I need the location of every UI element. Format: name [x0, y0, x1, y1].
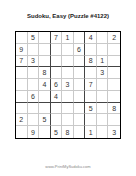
- sudoku-cell-r2c6: 6: [74, 44, 86, 56]
- sudoku-cell-r3c8: 1: [97, 56, 109, 68]
- sudoku-cell-r2c4: [51, 44, 63, 56]
- sudoku-cell-r8c3: 5: [39, 114, 51, 126]
- sudoku-cell-r9c5: 8: [62, 126, 74, 138]
- sudoku-cell-r1c3: [39, 32, 51, 44]
- sudoku-cell-r1c8: [97, 32, 109, 44]
- sudoku-cell-r3c6: [74, 56, 86, 68]
- sudoku-cell-r8c4: [51, 114, 63, 126]
- page-title: Sudoku, Easy (Puzzle #4122): [0, 13, 136, 19]
- sudoku-cell-r3c4: [51, 56, 63, 68]
- sudoku-cell-r4c5: [62, 67, 74, 79]
- sudoku-cell-r7c3: [39, 103, 51, 115]
- sudoku-cell-r7c7: 5: [85, 103, 97, 115]
- sudoku-cell-r2c7: [85, 44, 97, 56]
- sudoku-cell-r6c8: [97, 91, 109, 103]
- sudoku-cell-r4c7: [85, 67, 97, 79]
- sudoku-cell-r6c7: [85, 91, 97, 103]
- sudoku-cell-r4c2: [28, 67, 40, 79]
- sudoku-cell-r5c2: [28, 79, 40, 91]
- sudoku-cell-r5c6: [74, 79, 86, 91]
- sudoku-cell-r9c6: [74, 126, 86, 138]
- sudoku-cell-r6c4: 4: [51, 91, 63, 103]
- sudoku-cell-r4c1: [16, 67, 28, 79]
- sudoku-cell-r1c2: 5: [28, 32, 40, 44]
- sudoku-cell-r7c8: [97, 103, 109, 115]
- sudoku-cell-r9c8: [97, 126, 109, 138]
- sudoku-cell-r1c5: 1: [62, 32, 74, 44]
- sudoku-cell-r4c9: [108, 67, 120, 79]
- sudoku-cell-r3c2: 3: [28, 56, 40, 68]
- sudoku-cell-r8c2: [28, 114, 40, 126]
- sudoku-cell-r8c5: [62, 114, 74, 126]
- sudoku-cell-r2c8: [97, 44, 109, 56]
- sudoku-printable-page: Sudoku, Easy (Puzzle #4122) 571429673818…: [0, 0, 136, 176]
- sudoku-cell-r6c2: 6: [28, 91, 40, 103]
- sudoku-cell-r3c1: 7: [16, 56, 28, 68]
- sudoku-cell-r5c8: [97, 79, 109, 91]
- sudoku-cell-r4c4: [51, 67, 63, 79]
- sudoku-cell-r2c2: [28, 44, 40, 56]
- sudoku-cell-r5c7: 7: [85, 79, 97, 91]
- sudoku-cell-r7c1: [16, 103, 28, 115]
- sudoku-cell-r9c4: 5: [51, 126, 63, 138]
- sudoku-cell-r8c7: [85, 114, 97, 126]
- sudoku-cell-r7c5: [62, 103, 74, 115]
- sudoku-cell-r4c3: 8: [39, 67, 51, 79]
- sudoku-board: 5714296738183463764582595813: [15, 31, 121, 139]
- sudoku-cell-r3c5: [62, 56, 74, 68]
- sudoku-cell-r9c2: 9: [28, 126, 40, 138]
- sudoku-cell-r9c3: [39, 126, 51, 138]
- sudoku-cell-r6c6: [74, 91, 86, 103]
- sudoku-cell-r1c1: [16, 32, 28, 44]
- sudoku-cell-r5c9: [108, 79, 120, 91]
- sudoku-cell-r4c8: 3: [97, 67, 109, 79]
- sudoku-cell-r7c2: [28, 103, 40, 115]
- sudoku-cell-r4c6: [74, 67, 86, 79]
- sudoku-cell-r9c9: 3: [108, 126, 120, 138]
- sudoku-cell-r1c9: 2: [108, 32, 120, 44]
- sudoku-cell-r9c1: [16, 126, 28, 138]
- sudoku-cell-r7c6: [74, 103, 86, 115]
- sudoku-cell-r2c5: [62, 44, 74, 56]
- sudoku-cell-r5c4: 6: [51, 79, 63, 91]
- sudoku-cell-r9c7: 1: [85, 126, 97, 138]
- sudoku-cell-r8c1: 2: [16, 114, 28, 126]
- sudoku-cell-r5c5: 3: [62, 79, 74, 91]
- sudoku-cell-r2c1: 9: [16, 44, 28, 56]
- sudoku-cell-r6c1: [16, 91, 28, 103]
- footer-url: www.PrintMySudoku.com: [0, 164, 136, 169]
- sudoku-cell-r7c9: 8: [108, 103, 120, 115]
- sudoku-cell-r5c1: [16, 79, 28, 91]
- sudoku-cell-r8c6: [74, 114, 86, 126]
- sudoku-cell-r1c6: [74, 32, 86, 44]
- sudoku-cell-r7c4: [51, 103, 63, 115]
- sudoku-cell-r1c4: 7: [51, 32, 63, 44]
- sudoku-cell-r1c7: 4: [85, 32, 97, 44]
- sudoku-cell-r3c9: [108, 56, 120, 68]
- sudoku-cell-r5c3: 4: [39, 79, 51, 91]
- sudoku-cell-r8c9: [108, 114, 120, 126]
- sudoku-cell-r8c8: [97, 114, 109, 126]
- sudoku-cell-r6c3: [39, 91, 51, 103]
- sudoku-cell-r6c5: [62, 91, 74, 103]
- sudoku-cell-r2c9: [108, 44, 120, 56]
- sudoku-cell-r2c3: [39, 44, 51, 56]
- sudoku-cell-r6c9: [108, 91, 120, 103]
- sudoku-cell-r3c3: [39, 56, 51, 68]
- sudoku-cell-r3c7: 8: [85, 56, 97, 68]
